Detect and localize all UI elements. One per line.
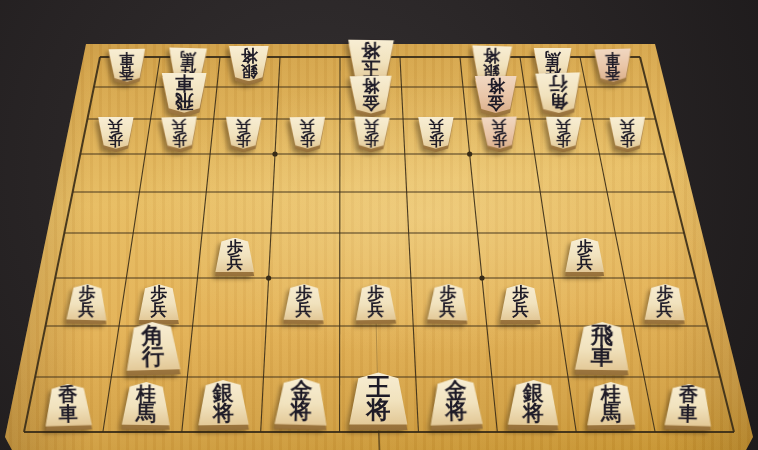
piece-sente-P-67[interactable]: 歩兵 — [282, 284, 324, 324]
piece-kanji-G: 金将 — [362, 78, 380, 111]
piece-sente-G-69[interactable]: 金将 — [273, 378, 329, 431]
piece-kanji-G: 金将 — [289, 381, 312, 423]
piece-face: 歩兵 — [565, 238, 605, 273]
piece-face: 歩兵 — [65, 284, 108, 321]
piece-gote-P-23[interactable]: 歩兵 — [545, 117, 582, 153]
piece-sente-L-19[interactable]: 香車 — [663, 383, 713, 430]
piece-face: 香車 — [43, 383, 93, 426]
piece-gote-R-82[interactable]: 飛車 — [161, 73, 208, 117]
piece-gote-P-53[interactable]: 歩兵 — [353, 116, 391, 152]
piece-kanji-S: 銀将 — [212, 382, 234, 422]
piece-face: 香車 — [594, 48, 633, 82]
piece-gote-P-43[interactable]: 歩兵 — [417, 117, 454, 152]
piece-gote-P-63[interactable]: 歩兵 — [289, 117, 326, 153]
piece-face: 歩兵 — [138, 284, 180, 320]
piece-kanji-P: 歩兵 — [78, 286, 96, 318]
piece-face: 香車 — [664, 383, 714, 426]
piece-sente-P-97[interactable]: 歩兵 — [65, 284, 108, 325]
piece-kanji-P: 歩兵 — [512, 286, 529, 318]
piece-sente-S-79[interactable]: 銀将 — [197, 380, 250, 431]
piece-kanji-L: 香車 — [605, 51, 621, 80]
piece-sente-R-28[interactable]: 飛車 — [573, 321, 630, 375]
piece-face: 王将 — [348, 372, 409, 424]
piece-kanji-B: 角行 — [141, 324, 165, 367]
piece-kanji-P: 歩兵 — [172, 119, 188, 147]
piece-sente-S-39[interactable]: 銀将 — [507, 380, 560, 431]
piece-sente-P-87[interactable]: 歩兵 — [138, 284, 180, 324]
piece-sente-L-99[interactable]: 香車 — [43, 383, 93, 430]
piece-sente-K-59[interactable]: 王将 — [348, 372, 409, 430]
piece-face: 歩兵 — [161, 116, 199, 149]
piece-kanji-P: 歩兵 — [439, 286, 457, 318]
piece-kanji-S: 銀将 — [241, 48, 258, 79]
piece-kanji-P: 歩兵 — [577, 240, 593, 271]
piece-face: 歩兵 — [481, 116, 519, 149]
piece-kanji-P: 歩兵 — [657, 286, 674, 318]
piece-gote-P-33[interactable]: 歩兵 — [481, 116, 519, 152]
shogi-board-photo: 香車桂馬銀将玉将銀将桂馬香車飛車金将金将角行歩兵歩兵歩兵歩兵歩兵歩兵歩兵歩兵歩兵… — [0, 0, 758, 450]
piece-sente-P-17[interactable]: 歩兵 — [644, 284, 686, 324]
piece-gote-S-71[interactable]: 銀将 — [228, 46, 269, 85]
piece-sente-N-29[interactable]: 桂馬 — [585, 382, 636, 430]
piece-gote-P-73[interactable]: 歩兵 — [225, 117, 262, 153]
piece-sente-P-76[interactable]: 歩兵 — [215, 238, 255, 276]
piece-kanji-G: 金将 — [444, 381, 467, 423]
piece-gote-P-13[interactable]: 歩兵 — [609, 117, 646, 153]
piece-kanji-P: 歩兵 — [108, 119, 123, 147]
piece-gote-P-93[interactable]: 歩兵 — [97, 117, 134, 152]
piece-face: 歩兵 — [500, 284, 542, 320]
piece-kanji-P: 歩兵 — [150, 286, 167, 318]
piece-kanji-R: 飛車 — [590, 324, 613, 367]
piece-gote-P-83[interactable]: 歩兵 — [161, 116, 199, 152]
piece-sente-B-88[interactable]: 角行 — [124, 321, 181, 376]
piece-kanji-P: 歩兵 — [429, 119, 444, 147]
piece-sente-G-49[interactable]: 金将 — [428, 378, 484, 431]
piece-kanji-P: 歩兵 — [556, 119, 571, 147]
piece-kanji-N: 桂馬 — [601, 385, 622, 423]
piece-kanji-G: 金将 — [487, 78, 504, 111]
piece-gote-B-22[interactable]: 角行 — [534, 72, 582, 118]
piece-kanji-P: 歩兵 — [300, 119, 315, 147]
piece-face: 桂馬 — [585, 382, 636, 426]
piece-sente-P-26[interactable]: 歩兵 — [565, 238, 605, 276]
piece-kanji-P: 歩兵 — [492, 119, 508, 147]
piece-sente-P-57[interactable]: 歩兵 — [355, 284, 397, 324]
piece-kanji-P: 歩兵 — [364, 119, 380, 147]
piece-kanji-P: 歩兵 — [295, 286, 312, 318]
piece-sente-N-89[interactable]: 桂馬 — [120, 382, 171, 430]
piece-kanji-N: 桂馬 — [136, 385, 157, 423]
piece-face: 歩兵 — [282, 284, 324, 321]
piece-face: 歩兵 — [215, 238, 255, 273]
piece-face: 金将 — [428, 378, 484, 426]
piece-kanji-K: 玉将 — [361, 42, 381, 78]
piece-kanji-R: 飛車 — [175, 75, 194, 110]
piece-kanji-B: 角行 — [548, 75, 568, 111]
piece-kanji-P: 歩兵 — [236, 119, 251, 147]
piece-kanji-P: 歩兵 — [367, 286, 384, 318]
piece-gote-G-32[interactable]: 金将 — [474, 76, 518, 117]
piece-kanji-P: 歩兵 — [227, 240, 243, 271]
piece-sente-P-37[interactable]: 歩兵 — [500, 284, 542, 324]
piece-face: 銀将 — [507, 380, 560, 426]
piece-kanji-L: 香車 — [120, 51, 136, 80]
piece-sente-P-47[interactable]: 歩兵 — [427, 284, 470, 325]
piece-face: 金将 — [273, 378, 329, 426]
piece-kanji-L: 香車 — [58, 386, 78, 423]
piece-kanji-L: 香車 — [678, 386, 698, 423]
piece-face: 桂馬 — [121, 382, 172, 426]
piece-kanji-P: 歩兵 — [620, 119, 635, 147]
piece-kanji-S: 銀将 — [523, 382, 545, 422]
piece-face: 歩兵 — [644, 284, 686, 321]
piece-gote-L-11[interactable]: 香車 — [594, 48, 633, 85]
piece-face: 歩兵 — [427, 284, 470, 321]
piece-face: 銀将 — [197, 380, 250, 426]
piece-face: 歩兵 — [355, 284, 397, 321]
piece-gote-L-91[interactable]: 香車 — [108, 49, 147, 86]
pieces-layer: 香車桂馬銀将玉将銀将桂馬香車飛車金将金将角行歩兵歩兵歩兵歩兵歩兵歩兵歩兵歩兵歩兵… — [0, 0, 758, 450]
piece-face: 飛車 — [573, 321, 630, 370]
piece-face: 角行 — [124, 321, 181, 371]
piece-kanji-K: 王将 — [366, 375, 390, 421]
piece-gote-G-52[interactable]: 金将 — [349, 75, 393, 117]
